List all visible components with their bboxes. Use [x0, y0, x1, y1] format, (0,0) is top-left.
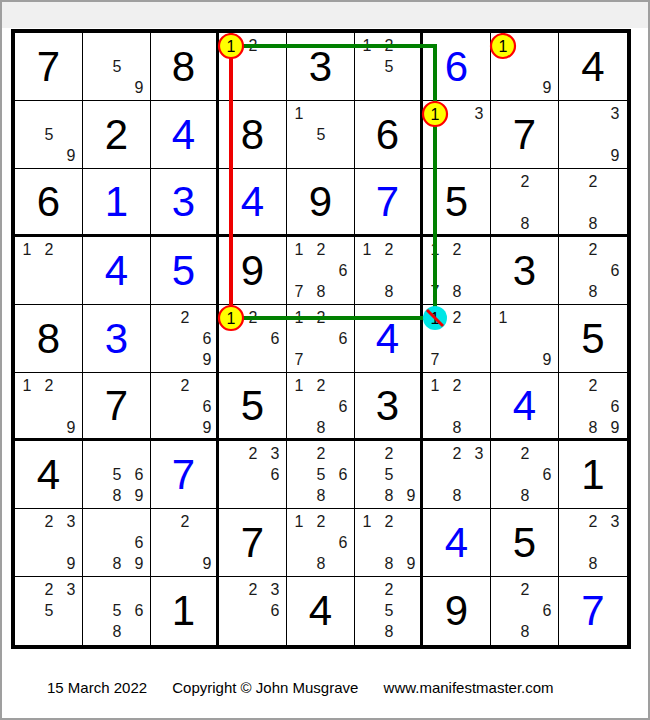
candidate-3: 3 [611, 106, 620, 122]
cell-r9c5[interactable]: 4 [287, 577, 355, 645]
candidate-6: 6 [339, 535, 348, 551]
candidate-9: 9 [611, 420, 620, 436]
candidate-1: 1 [431, 242, 440, 258]
cell-value: 5 [219, 373, 286, 438]
cell-r6c8[interactable]: 4 [491, 373, 559, 441]
candidate-6: 6 [203, 399, 212, 415]
candidate-8: 8 [317, 488, 326, 504]
cell-value: 5 [151, 237, 216, 304]
cell-r9c2[interactable]: 568 [83, 577, 151, 645]
candidate-6: 6 [135, 603, 144, 619]
cell-r7c2[interactable]: 5689 [83, 441, 151, 509]
candidate-2: 2 [181, 514, 190, 530]
cell-value: 6 [355, 101, 420, 168]
footer: 15 March 2022 Copyright © John Musgrave … [47, 679, 575, 696]
cell-r8c9[interactable]: 238 [559, 509, 627, 577]
cell-value: 7 [83, 373, 150, 438]
candidate-1: 1 [499, 38, 508, 54]
cell-r6c2[interactable]: 7 [83, 373, 151, 441]
cell-r2c6[interactable]: 6 [355, 101, 423, 169]
candidate-3: 3 [67, 514, 76, 530]
cell-r2c8[interactable]: 7 [491, 101, 559, 169]
cell-r7c9[interactable]: 1 [559, 441, 627, 509]
cell-r1c9[interactable]: 4 [559, 33, 627, 101]
cell-r7c7[interactable]: 238 [423, 441, 491, 509]
cell-r2c7[interactable]: 13 [423, 101, 491, 169]
cell-r4c8[interactable]: 3 [491, 237, 559, 305]
cell-r3c1[interactable]: 6 [15, 169, 83, 237]
candidate-2: 2 [453, 310, 462, 326]
candidate-8: 8 [385, 556, 394, 572]
candidate-5: 5 [385, 467, 394, 483]
cell-r8c5[interactable]: 1268 [287, 509, 355, 577]
candidate-5: 5 [45, 603, 54, 619]
cell-value: 5 [491, 509, 558, 576]
cell-r7c3[interactable]: 7 [151, 441, 219, 509]
cell-value: 3 [491, 237, 558, 304]
candidate-9: 9 [67, 420, 76, 436]
cell-r8c7[interactable]: 4 [423, 509, 491, 577]
candidate-2: 2 [45, 582, 54, 598]
cell-r9c7[interactable]: 9 [423, 577, 491, 645]
footer-website[interactable]: www.manifestmaster.com [384, 679, 554, 696]
candidate-2: 2 [589, 242, 598, 258]
footer-copyright: Copyright © John Musgrave [172, 679, 358, 696]
candidate-2: 2 [317, 310, 326, 326]
candidate-9: 9 [203, 420, 212, 436]
candidate-9: 9 [611, 148, 620, 164]
candidate-5: 5 [113, 59, 122, 75]
candidate-2: 2 [453, 242, 462, 258]
cell-r6c9[interactable]: 2689 [559, 373, 627, 441]
candidate-3: 3 [475, 446, 484, 462]
candidate-8: 8 [317, 420, 326, 436]
top-strip [2, 2, 648, 28]
cell-r3c7[interactable]: 5 [423, 169, 491, 237]
cell-value: 1 [559, 441, 627, 508]
cell-value: 9 [219, 237, 286, 304]
candidate-1: 1 [23, 242, 32, 258]
cell-r1c4[interactable]: 12 [219, 33, 287, 101]
cell-r4c4[interactable]: 9 [219, 237, 287, 305]
candidate-7: 7 [431, 352, 440, 368]
candidate-8: 8 [385, 488, 394, 504]
cell-r5c7[interactable]: 127 [423, 305, 491, 373]
cell-r5c3[interactable]: 269 [151, 305, 219, 373]
candidate-2: 2 [521, 174, 530, 190]
cell-r1c7[interactable]: 6 [423, 33, 491, 101]
cell-r3c2[interactable]: 1 [83, 169, 151, 237]
cell-r5c8[interactable]: 19 [491, 305, 559, 373]
candidate-1: 1 [227, 38, 236, 54]
candidate-9: 9 [67, 556, 76, 572]
cell-value: 7 [219, 509, 286, 576]
cell-value: 3 [355, 373, 420, 438]
candidate-5: 5 [385, 59, 394, 75]
candidate-6: 6 [339, 467, 348, 483]
candidate-6: 6 [203, 331, 212, 347]
candidate-2: 2 [317, 446, 326, 462]
footer-date: 15 March 2022 [47, 679, 147, 696]
candidate-3: 3 [475, 106, 484, 122]
cell-r5c2[interactable]: 3 [83, 305, 151, 373]
cell-r3c9[interactable]: 28 [559, 169, 627, 237]
candidate-1: 1 [295, 310, 304, 326]
candidate-6: 6 [543, 603, 552, 619]
candidate-2: 2 [45, 514, 54, 530]
candidate-1: 1 [431, 310, 440, 326]
cell-r9c3[interactable]: 1 [151, 577, 219, 645]
candidate-1: 1 [295, 106, 304, 122]
cell-value: 4 [559, 33, 627, 100]
cell-r2c5[interactable]: 15 [287, 101, 355, 169]
candidate-1: 1 [23, 378, 32, 394]
cell-r3c4[interactable]: 4 [219, 169, 287, 237]
cell-r5c5[interactable]: 1267 [287, 305, 355, 373]
candidate-9: 9 [135, 80, 144, 96]
cell-value: 3 [151, 169, 216, 234]
cell-r4c9[interactable]: 268 [559, 237, 627, 305]
candidate-9: 9 [543, 80, 552, 96]
cell-r3c6[interactable]: 7 [355, 169, 423, 237]
cell-r9c4[interactable]: 236 [219, 577, 287, 645]
candidate-2: 2 [589, 378, 598, 394]
candidate-1: 1 [295, 378, 304, 394]
cell-r5c4[interactable]: 126 [219, 305, 287, 373]
candidate-1: 1 [431, 106, 440, 122]
candidate-9: 9 [67, 148, 76, 164]
candidate-2: 2 [249, 582, 258, 598]
cell-r3c5[interactable]: 9 [287, 169, 355, 237]
candidate-8: 8 [317, 556, 326, 572]
cell-value: 7 [151, 441, 216, 508]
cell-value: 4 [491, 373, 558, 438]
candidate-5: 5 [317, 127, 326, 143]
cell-r4c6[interactable]: 128 [355, 237, 423, 305]
candidate-6: 6 [271, 467, 280, 483]
candidate-2: 2 [45, 378, 54, 394]
cell-value: 7 [491, 101, 558, 168]
candidate-9: 9 [543, 352, 552, 368]
cell-r4c7[interactable]: 1278 [423, 237, 491, 305]
cell-r3c8[interactable]: 28 [491, 169, 559, 237]
candidate-5: 5 [113, 603, 122, 619]
candidate-8: 8 [589, 284, 598, 300]
candidate-2: 2 [453, 378, 462, 394]
cell-r4c5[interactable]: 12678 [287, 237, 355, 305]
candidate-5: 5 [113, 467, 122, 483]
candidate-9: 9 [203, 556, 212, 572]
cell-value: 3 [287, 33, 354, 100]
candidate-8: 8 [589, 556, 598, 572]
candidate-2: 2 [521, 446, 530, 462]
candidate-6: 6 [339, 331, 348, 347]
candidate-2: 2 [385, 242, 394, 258]
candidate-2: 2 [385, 38, 394, 54]
cell-value: 4 [219, 169, 286, 234]
candidate-8: 8 [453, 284, 462, 300]
cell-r9c6[interactable]: 258 [355, 577, 423, 645]
candidate-2: 2 [181, 378, 190, 394]
app-window: 7598123125619459248156137396134975282812… [0, 0, 650, 720]
cell-r2c9[interactable]: 39 [559, 101, 627, 169]
candidate-6: 6 [271, 331, 280, 347]
candidate-2: 2 [385, 582, 394, 598]
candidate-2: 2 [385, 446, 394, 462]
candidate-7: 7 [431, 284, 440, 300]
candidate-6: 6 [339, 263, 348, 279]
candidate-8: 8 [589, 216, 598, 232]
cell-value: 7 [559, 577, 627, 645]
cell-r7c6[interactable]: 2589 [355, 441, 423, 509]
cell-value: 6 [15, 169, 82, 234]
cell-value: 4 [355, 305, 420, 372]
cell-r8c2[interactable]: 689 [83, 509, 151, 577]
candidate-9: 9 [203, 352, 212, 368]
cell-r8c3[interactable]: 29 [151, 509, 219, 577]
candidate-9: 9 [135, 488, 144, 504]
cell-r9c9[interactable]: 7 [559, 577, 627, 645]
candidate-9: 9 [407, 556, 416, 572]
candidate-3: 3 [611, 514, 620, 530]
candidate-8: 8 [317, 284, 326, 300]
candidate-2: 2 [385, 514, 394, 530]
cell-r2c4[interactable]: 8 [219, 101, 287, 169]
cell-r4c2[interactable]: 4 [83, 237, 151, 305]
candidate-9: 9 [135, 556, 144, 572]
cell-r1c8[interactable]: 19 [491, 33, 559, 101]
cell-r6c7[interactable]: 128 [423, 373, 491, 441]
cell-r7c8[interactable]: 268 [491, 441, 559, 509]
cell-r2c3[interactable]: 4 [151, 101, 219, 169]
cell-value: 8 [219, 101, 286, 168]
candidate-2: 2 [249, 446, 258, 462]
candidate-3: 3 [67, 582, 76, 598]
candidate-2: 2 [589, 174, 598, 190]
candidate-2: 2 [249, 310, 258, 326]
candidate-7: 7 [295, 284, 304, 300]
candidate-8: 8 [113, 556, 122, 572]
cell-value: 9 [287, 169, 354, 234]
candidate-8: 8 [521, 216, 530, 232]
cell-r1c3[interactable]: 8 [151, 33, 219, 101]
candidate-8: 8 [385, 284, 394, 300]
cell-value: 3 [83, 305, 150, 372]
cell-value: 6 [423, 33, 490, 100]
cell-r2c1[interactable]: 59 [15, 101, 83, 169]
cell-r4c3[interactable]: 5 [151, 237, 219, 305]
cell-r8c8[interactable]: 5 [491, 509, 559, 577]
cell-value: 7 [15, 33, 82, 100]
cell-r9c8[interactable]: 268 [491, 577, 559, 645]
cell-r6c1[interactable]: 129 [15, 373, 83, 441]
sudoku-board: 7598123125619459248156137396134975282812… [11, 29, 631, 649]
cell-value: 2 [83, 101, 150, 168]
cell-r6c3[interactable]: 269 [151, 373, 219, 441]
cell-r7c4[interactable]: 236 [219, 441, 287, 509]
cell-value: 4 [423, 509, 490, 576]
candidate-6: 6 [135, 535, 144, 551]
cell-value: 8 [151, 33, 216, 100]
candidate-7: 7 [295, 352, 304, 368]
candidate-1: 1 [363, 242, 372, 258]
cell-r8c1[interactable]: 239 [15, 509, 83, 577]
cell-r9c1[interactable]: 235 [15, 577, 83, 645]
candidate-6: 6 [271, 603, 280, 619]
cell-value: 1 [151, 577, 216, 645]
candidate-6: 6 [611, 399, 620, 415]
cell-r4c1[interactable]: 12 [15, 237, 83, 305]
candidate-1: 1 [363, 38, 372, 54]
cell-r1c6[interactable]: 125 [355, 33, 423, 101]
candidate-1: 1 [499, 310, 508, 326]
cell-value: 5 [559, 305, 627, 372]
candidate-2: 2 [521, 582, 530, 598]
cell-value: 8 [15, 305, 82, 372]
cell-r3c3[interactable]: 3 [151, 169, 219, 237]
candidate-1: 1 [227, 310, 236, 326]
candidate-8: 8 [453, 420, 462, 436]
candidate-2: 2 [453, 446, 462, 462]
cell-r6c4[interactable]: 5 [219, 373, 287, 441]
cell-value: 5 [423, 169, 490, 234]
candidate-2: 2 [317, 514, 326, 530]
cell-r8c4[interactable]: 7 [219, 509, 287, 577]
candidate-2: 2 [45, 242, 54, 258]
candidate-2: 2 [589, 514, 598, 530]
candidate-2: 2 [249, 38, 258, 54]
candidate-8: 8 [521, 624, 530, 640]
cell-value: 4 [83, 237, 150, 304]
candidate-3: 3 [271, 582, 280, 598]
candidate-2: 2 [181, 310, 190, 326]
candidate-8: 8 [385, 624, 394, 640]
candidate-9: 9 [407, 488, 416, 504]
candidate-1: 1 [295, 242, 304, 258]
candidate-2: 2 [317, 242, 326, 258]
cell-r8c6[interactable]: 1289 [355, 509, 423, 577]
candidate-3: 3 [271, 446, 280, 462]
candidate-8: 8 [521, 488, 530, 504]
cell-r1c5[interactable]: 3 [287, 33, 355, 101]
candidate-8: 8 [453, 488, 462, 504]
cell-r5c9[interactable]: 5 [559, 305, 627, 373]
candidate-5: 5 [317, 467, 326, 483]
candidate-8: 8 [589, 420, 598, 436]
cell-value: 1 [83, 169, 150, 234]
cell-r2c2[interactable]: 2 [83, 101, 151, 169]
candidate-6: 6 [135, 467, 144, 483]
candidate-8: 8 [113, 624, 122, 640]
cell-r6c5[interactable]: 1268 [287, 373, 355, 441]
cell-value: 7 [355, 169, 420, 234]
cell-value: 4 [151, 101, 216, 168]
candidate-5: 5 [385, 603, 394, 619]
candidate-6: 6 [611, 263, 620, 279]
cell-r7c5[interactable]: 2568 [287, 441, 355, 509]
candidate-1: 1 [363, 514, 372, 530]
cell-r7c1[interactable]: 4 [15, 441, 83, 509]
cell-value: 4 [287, 577, 354, 645]
candidate-1: 1 [431, 378, 440, 394]
cell-r6c6[interactable]: 3 [355, 373, 423, 441]
candidate-8: 8 [113, 488, 122, 504]
candidate-5: 5 [45, 127, 54, 143]
cell-r5c6[interactable]: 4 [355, 305, 423, 373]
cell-r1c1[interactable]: 7 [15, 33, 83, 101]
candidate-1: 1 [295, 514, 304, 530]
cell-value: 9 [423, 577, 490, 645]
candidate-6: 6 [543, 467, 552, 483]
candidate-2: 2 [317, 378, 326, 394]
cell-r1c2[interactable]: 59 [83, 33, 151, 101]
cell-value: 4 [15, 441, 82, 508]
cell-r5c1[interactable]: 8 [15, 305, 83, 373]
candidate-6: 6 [339, 399, 348, 415]
